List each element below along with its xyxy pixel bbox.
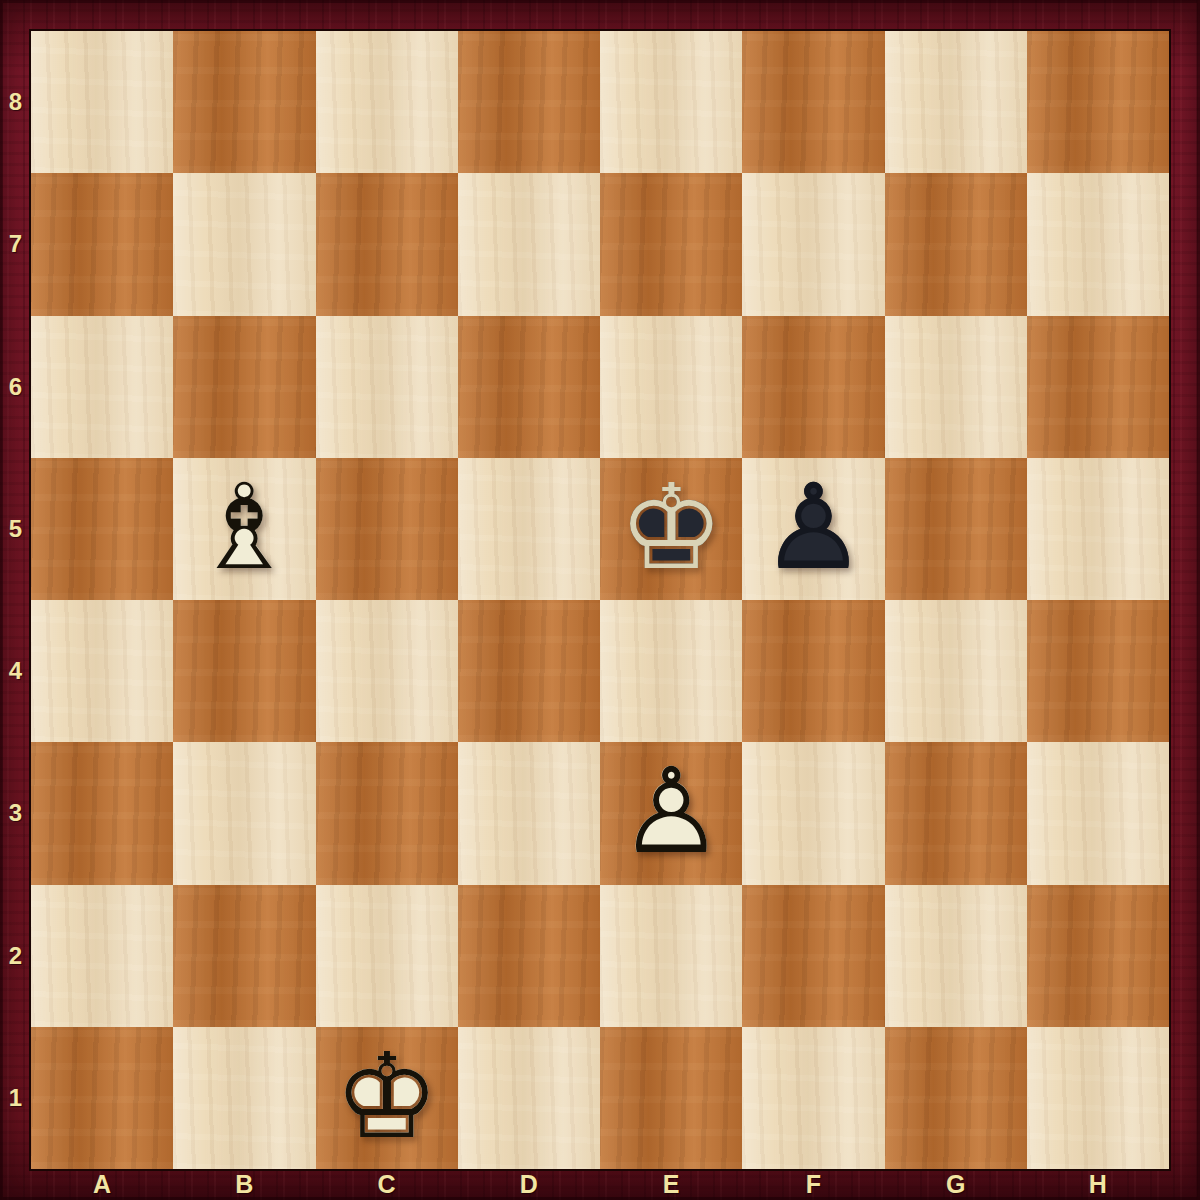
square-h4[interactable] (1027, 600, 1169, 742)
square-d2[interactable] (458, 885, 600, 1027)
file-label-b: B (173, 1169, 315, 1200)
square-b8[interactable] (173, 31, 315, 173)
square-e6[interactable] (600, 316, 742, 458)
square-c1[interactable]: ♚♔ (316, 1027, 458, 1169)
square-d4[interactable] (458, 600, 600, 742)
rank-label-5: 5 (0, 458, 31, 600)
square-e2[interactable] (600, 885, 742, 1027)
square-c7[interactable] (316, 173, 458, 315)
rank-label-6: 6 (0, 316, 31, 458)
square-f6[interactable] (742, 316, 884, 458)
square-e5[interactable]: ♚♔ (600, 458, 742, 600)
square-a3[interactable] (31, 742, 173, 884)
square-f2[interactable] (742, 885, 884, 1027)
square-c3[interactable] (316, 742, 458, 884)
rank-label-8: 8 (0, 31, 31, 173)
rank-label-3: 3 (0, 742, 31, 884)
square-g3[interactable] (885, 742, 1027, 884)
square-c6[interactable] (316, 316, 458, 458)
rank-label-1: 1 (0, 1027, 31, 1169)
square-d3[interactable] (458, 742, 600, 884)
square-h6[interactable] (1027, 316, 1169, 458)
file-label-c: C (316, 1169, 458, 1200)
square-e7[interactable] (600, 173, 742, 315)
square-b4[interactable] (173, 600, 315, 742)
square-d8[interactable] (458, 31, 600, 173)
square-g8[interactable] (885, 31, 1027, 173)
square-f3[interactable] (742, 742, 884, 884)
white-bishop[interactable]: ♝♗ (173, 458, 315, 600)
square-f4[interactable] (742, 600, 884, 742)
square-b2[interactable] (173, 885, 315, 1027)
rank-label-7: 7 (0, 173, 31, 315)
square-f1[interactable] (742, 1027, 884, 1169)
square-g5[interactable] (885, 458, 1027, 600)
square-a1[interactable] (31, 1027, 173, 1169)
square-b6[interactable] (173, 316, 315, 458)
square-c5[interactable] (316, 458, 458, 600)
square-g2[interactable] (885, 885, 1027, 1027)
black-pawn-outline-glyph: ♙ (742, 468, 884, 586)
white-king[interactable]: ♚♔ (316, 1027, 458, 1169)
square-e3[interactable]: ♟♙ (600, 742, 742, 884)
square-c4[interactable] (316, 600, 458, 742)
square-g1[interactable] (885, 1027, 1027, 1169)
square-h5[interactable] (1027, 458, 1169, 600)
square-c2[interactable] (316, 885, 458, 1027)
square-e1[interactable] (600, 1027, 742, 1169)
square-a2[interactable] (31, 885, 173, 1027)
square-g6[interactable] (885, 316, 1027, 458)
square-g7[interactable] (885, 173, 1027, 315)
white-pawn-outline-glyph: ♙ (600, 752, 742, 870)
square-f8[interactable] (742, 31, 884, 173)
square-d1[interactable] (458, 1027, 600, 1169)
file-label-h: H (1027, 1169, 1169, 1200)
square-h2[interactable] (1027, 885, 1169, 1027)
square-h3[interactable] (1027, 742, 1169, 884)
black-king-outline-glyph: ♔ (600, 468, 742, 586)
square-c8[interactable] (316, 31, 458, 173)
square-b1[interactable] (173, 1027, 315, 1169)
file-label-a: A (31, 1169, 173, 1200)
square-f5[interactable]: ♟♙ (742, 458, 884, 600)
rank-label-2: 2 (0, 885, 31, 1027)
board-frame: ♝♗♚♔♟♙♟♙♚♔ 12345678ABCDEFGH (0, 0, 1200, 1200)
white-bishop-outline-glyph: ♗ (173, 468, 315, 586)
file-label-g: G (885, 1169, 1027, 1200)
square-d5[interactable] (458, 458, 600, 600)
square-g4[interactable] (885, 600, 1027, 742)
square-a7[interactable] (31, 173, 173, 315)
square-h8[interactable] (1027, 31, 1169, 173)
square-a4[interactable] (31, 600, 173, 742)
square-e8[interactable] (600, 31, 742, 173)
square-h7[interactable] (1027, 173, 1169, 315)
square-h1[interactable] (1027, 1027, 1169, 1169)
square-a8[interactable] (31, 31, 173, 173)
rank-label-4: 4 (0, 600, 31, 742)
square-d7[interactable] (458, 173, 600, 315)
square-b7[interactable] (173, 173, 315, 315)
file-label-d: D (458, 1169, 600, 1200)
square-b3[interactable] (173, 742, 315, 884)
file-label-f: F (742, 1169, 884, 1200)
square-b5[interactable]: ♝♗ (173, 458, 315, 600)
square-a5[interactable] (31, 458, 173, 600)
white-king-outline-glyph: ♔ (316, 1037, 458, 1155)
square-d6[interactable] (458, 316, 600, 458)
chess-board: ♝♗♚♔♟♙♟♙♚♔ (31, 31, 1169, 1169)
square-e4[interactable] (600, 600, 742, 742)
file-label-e: E (600, 1169, 742, 1200)
square-a6[interactable] (31, 316, 173, 458)
black-king[interactable]: ♚♔ (600, 458, 742, 600)
white-pawn[interactable]: ♟♙ (600, 742, 742, 884)
square-f7[interactable] (742, 173, 884, 315)
black-pawn[interactable]: ♟♙ (742, 458, 884, 600)
